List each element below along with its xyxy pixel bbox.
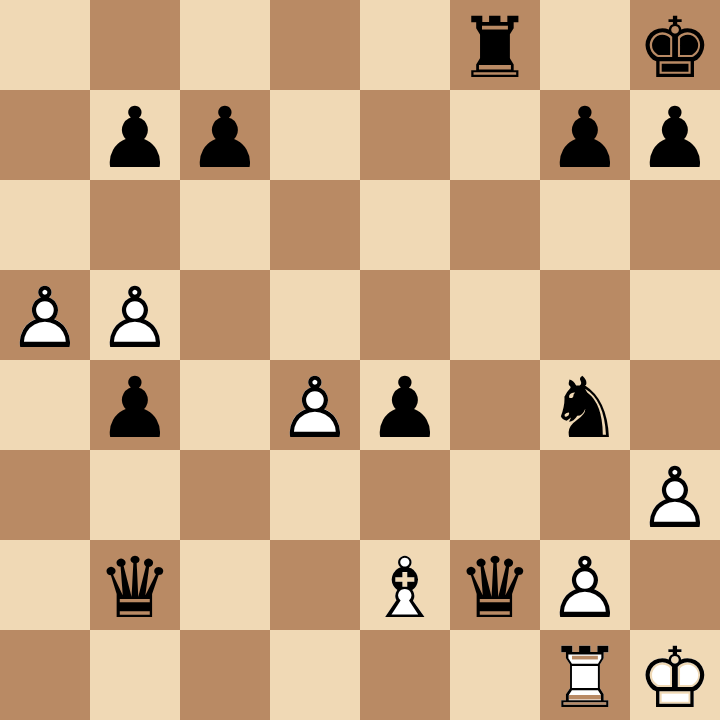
square-b3[interactable] <box>90 450 180 540</box>
white-bishop-piece[interactable]: ♝♗ <box>360 540 450 630</box>
black-queen-piece[interactable]: ♛ <box>90 540 180 630</box>
white-pawn-piece[interactable]: ♟♙ <box>270 360 360 450</box>
square-h4[interactable] <box>630 360 720 450</box>
square-d8[interactable] <box>270 0 360 90</box>
square-h6[interactable] <box>630 180 720 270</box>
black-pawn-piece[interactable]: ♟ <box>630 90 720 180</box>
square-g4[interactable]: ♞ <box>540 360 630 450</box>
square-e5[interactable] <box>360 270 450 360</box>
square-a4[interactable] <box>0 360 90 450</box>
square-c2[interactable] <box>180 540 270 630</box>
white-piece-fill-glyph: ♟ <box>270 360 360 450</box>
white-pawn-piece[interactable]: ♟♙ <box>540 540 630 630</box>
square-g7[interactable]: ♟ <box>540 90 630 180</box>
square-b5[interactable]: ♟♙ <box>90 270 180 360</box>
white-piece-outline-glyph: ♙ <box>90 270 180 360</box>
white-piece-fill-glyph: ♟ <box>540 540 630 630</box>
square-e6[interactable] <box>360 180 450 270</box>
black-pawn-piece[interactable]: ♟ <box>180 90 270 180</box>
square-g1[interactable]: ♜♖ <box>540 630 630 720</box>
square-f2[interactable]: ♛ <box>450 540 540 630</box>
square-b6[interactable] <box>90 180 180 270</box>
square-d4[interactable]: ♟♙ <box>270 360 360 450</box>
white-piece-outline-glyph: ♙ <box>0 270 90 360</box>
white-piece-outline-glyph: ♖ <box>540 630 630 720</box>
square-f4[interactable] <box>450 360 540 450</box>
square-h5[interactable] <box>630 270 720 360</box>
white-piece-outline-glyph: ♙ <box>540 540 630 630</box>
square-e8[interactable] <box>360 0 450 90</box>
square-e4[interactable]: ♟ <box>360 360 450 450</box>
square-a5[interactable]: ♟♙ <box>0 270 90 360</box>
white-pawn-piece[interactable]: ♟♙ <box>90 270 180 360</box>
square-h7[interactable]: ♟ <box>630 90 720 180</box>
black-knight-piece[interactable]: ♞ <box>540 360 630 450</box>
square-f1[interactable] <box>450 630 540 720</box>
square-a2[interactable] <box>0 540 90 630</box>
square-g5[interactable] <box>540 270 630 360</box>
square-d2[interactable] <box>270 540 360 630</box>
white-piece-fill-glyph: ♟ <box>630 450 720 540</box>
white-king-piece[interactable]: ♚♔ <box>630 630 720 720</box>
square-b8[interactable] <box>90 0 180 90</box>
square-a6[interactable] <box>0 180 90 270</box>
square-d6[interactable] <box>270 180 360 270</box>
white-piece-fill-glyph: ♚ <box>630 630 720 720</box>
white-piece-fill-glyph: ♟ <box>90 270 180 360</box>
square-b4[interactable]: ♟ <box>90 360 180 450</box>
square-h2[interactable] <box>630 540 720 630</box>
square-f5[interactable] <box>450 270 540 360</box>
black-piece-fill-glyph: ♞ <box>540 360 630 450</box>
square-g2[interactable]: ♟♙ <box>540 540 630 630</box>
square-d5[interactable] <box>270 270 360 360</box>
square-h1[interactable]: ♚♔ <box>630 630 720 720</box>
square-f3[interactable] <box>450 450 540 540</box>
square-h8[interactable]: ♚ <box>630 0 720 90</box>
square-c3[interactable] <box>180 450 270 540</box>
white-piece-outline-glyph: ♙ <box>630 450 720 540</box>
black-piece-fill-glyph: ♟ <box>360 360 450 450</box>
black-piece-fill-glyph: ♛ <box>450 540 540 630</box>
square-a1[interactable] <box>0 630 90 720</box>
white-rook-piece[interactable]: ♜♖ <box>540 630 630 720</box>
white-piece-fill-glyph: ♜ <box>540 630 630 720</box>
square-c8[interactable] <box>180 0 270 90</box>
black-piece-fill-glyph: ♜ <box>450 0 540 90</box>
black-pawn-piece[interactable]: ♟ <box>540 90 630 180</box>
black-pawn-piece[interactable]: ♟ <box>360 360 450 450</box>
square-c1[interactable] <box>180 630 270 720</box>
square-g3[interactable] <box>540 450 630 540</box>
black-pawn-piece[interactable]: ♟ <box>90 90 180 180</box>
square-c4[interactable] <box>180 360 270 450</box>
black-piece-fill-glyph: ♟ <box>540 90 630 180</box>
square-a3[interactable] <box>0 450 90 540</box>
square-c5[interactable] <box>180 270 270 360</box>
square-c6[interactable] <box>180 180 270 270</box>
white-piece-outline-glyph: ♗ <box>360 540 450 630</box>
square-d3[interactable] <box>270 450 360 540</box>
square-a8[interactable] <box>0 0 90 90</box>
square-b7[interactable]: ♟ <box>90 90 180 180</box>
square-e3[interactable] <box>360 450 450 540</box>
black-rook-piece[interactable]: ♜ <box>450 0 540 90</box>
square-g8[interactable] <box>540 0 630 90</box>
white-piece-outline-glyph: ♔ <box>630 630 720 720</box>
square-b1[interactable] <box>90 630 180 720</box>
square-d7[interactable] <box>270 90 360 180</box>
black-piece-fill-glyph: ♟ <box>90 360 180 450</box>
black-piece-fill-glyph: ♛ <box>90 540 180 630</box>
square-a7[interactable] <box>0 90 90 180</box>
white-piece-fill-glyph: ♟ <box>0 270 90 360</box>
square-b2[interactable]: ♛ <box>90 540 180 630</box>
square-c7[interactable]: ♟ <box>180 90 270 180</box>
black-piece-fill-glyph: ♟ <box>90 90 180 180</box>
square-g6[interactable] <box>540 180 630 270</box>
black-queen-piece[interactable]: ♛ <box>450 540 540 630</box>
square-f7[interactable] <box>450 90 540 180</box>
square-h3[interactable]: ♟♙ <box>630 450 720 540</box>
square-e1[interactable] <box>360 630 450 720</box>
black-king-piece[interactable]: ♚ <box>630 0 720 90</box>
square-d1[interactable] <box>270 630 360 720</box>
square-f8[interactable]: ♜ <box>450 0 540 90</box>
chess-board: ♜♚♟♟♟♟♟♙♟♙♟♟♙♟♞♟♙♛♝♗♛♟♙♜♖♚♔ <box>0 0 720 720</box>
black-piece-fill-glyph: ♚ <box>630 0 720 90</box>
square-e7[interactable] <box>360 90 450 180</box>
black-piece-fill-glyph: ♟ <box>180 90 270 180</box>
white-piece-outline-glyph: ♙ <box>270 360 360 450</box>
white-pawn-piece[interactable]: ♟♙ <box>630 450 720 540</box>
square-f6[interactable] <box>450 180 540 270</box>
white-piece-fill-glyph: ♝ <box>360 540 450 630</box>
white-pawn-piece[interactable]: ♟♙ <box>0 270 90 360</box>
black-pawn-piece[interactable]: ♟ <box>90 360 180 450</box>
black-piece-fill-glyph: ♟ <box>630 90 720 180</box>
square-e2[interactable]: ♝♗ <box>360 540 450 630</box>
